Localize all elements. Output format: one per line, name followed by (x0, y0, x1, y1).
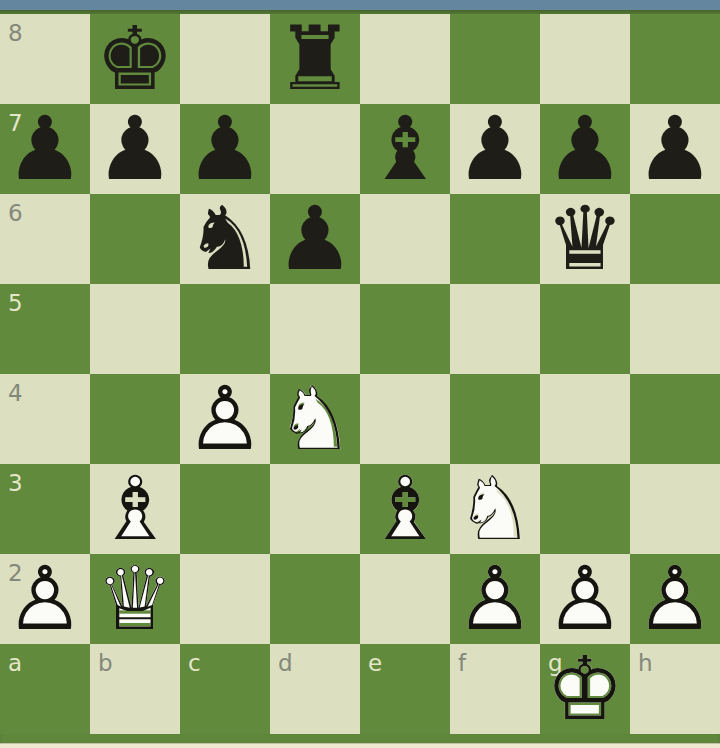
square-b5[interactable] (90, 284, 180, 374)
square-f8[interactable] (450, 14, 540, 104)
square-e1[interactable]: e (360, 644, 450, 734)
square-c5[interactable] (180, 284, 270, 374)
file-label-h: h (638, 652, 653, 675)
black-pawn[interactable]: ♟ (180, 104, 270, 194)
white-pawn-outline: ♙ (540, 554, 630, 644)
white-pawn[interactable]: ♟♙ (630, 554, 720, 644)
square-a4[interactable]: 4 (0, 374, 90, 464)
square-a1[interactable]: a (0, 644, 90, 734)
square-a2[interactable]: 2♟♙ (0, 554, 90, 644)
white-knight-outline: ♘ (270, 374, 360, 464)
square-h3[interactable] (630, 464, 720, 554)
square-h5[interactable] (630, 284, 720, 374)
black-bishop-glyph: ♝ (360, 104, 450, 194)
white-pawn-glyph: ♟ (180, 374, 270, 464)
white-queen-glyph: ♛ (90, 554, 180, 644)
square-f4[interactable] (450, 374, 540, 464)
square-h7[interactable]: ♟ (630, 104, 720, 194)
white-bishop-glyph: ♝ (360, 464, 450, 554)
black-pawn[interactable]: ♟ (90, 104, 180, 194)
square-c1[interactable]: c (180, 644, 270, 734)
black-pawn-glyph: ♟ (540, 104, 630, 194)
square-a5[interactable]: 5 (0, 284, 90, 374)
file-label-a: a (8, 652, 22, 675)
black-pawn-glyph: ♟ (180, 104, 270, 194)
black-pawn[interactable]: ♟ (0, 104, 90, 194)
black-bishop[interactable]: ♝ (360, 104, 450, 194)
white-pawn[interactable]: ♟♙ (0, 554, 90, 644)
square-e2[interactable] (360, 554, 450, 644)
black-king-glyph: ♚ (90, 14, 180, 104)
square-g6[interactable]: ♛ (540, 194, 630, 284)
square-e3[interactable]: ♝♗ (360, 464, 450, 554)
square-g3[interactable] (540, 464, 630, 554)
square-g1[interactable]: g♚♔ (540, 644, 630, 734)
white-knight-glyph: ♞ (270, 374, 360, 464)
square-g5[interactable] (540, 284, 630, 374)
white-bishop-glyph: ♝ (90, 464, 180, 554)
white-bishop-outline: ♗ (90, 464, 180, 554)
white-knight[interactable]: ♞♘ (450, 464, 540, 554)
rank-label-3: 3 (8, 472, 23, 495)
black-king[interactable]: ♚ (90, 14, 180, 104)
status-bar (0, 0, 720, 10)
file-label-d: d (278, 652, 293, 675)
square-e5[interactable] (360, 284, 450, 374)
square-b1[interactable]: b (90, 644, 180, 734)
board-grid: 8♚♜7♟♟♟♝♟♟♟6♞♟♛54♟♙♞♘3♝♗♝♗♞♘2♟♙♛♕♟♙♟♙♟♙a… (0, 14, 720, 734)
square-c2[interactable] (180, 554, 270, 644)
white-king[interactable]: ♚♔ (540, 644, 630, 734)
file-label-f: f (458, 652, 466, 675)
black-pawn-glyph: ♟ (630, 104, 720, 194)
white-pawn-glyph: ♟ (450, 554, 540, 644)
black-knight-glyph: ♞ (180, 194, 270, 284)
white-pawn-outline: ♙ (450, 554, 540, 644)
rank-label-6: 6 (8, 202, 23, 225)
square-a8[interactable]: 8 (0, 14, 90, 104)
black-pawn[interactable]: ♟ (540, 104, 630, 194)
square-h8[interactable] (630, 14, 720, 104)
square-d1[interactable]: d (270, 644, 360, 734)
black-queen-glyph: ♛ (540, 194, 630, 284)
square-d4[interactable]: ♞♘ (270, 374, 360, 464)
square-e7[interactable]: ♝ (360, 104, 450, 194)
white-pawn[interactable]: ♟♙ (450, 554, 540, 644)
square-c8[interactable] (180, 14, 270, 104)
square-g4[interactable] (540, 374, 630, 464)
square-h2[interactable]: ♟♙ (630, 554, 720, 644)
black-knight[interactable]: ♞ (180, 194, 270, 284)
square-a7[interactable]: 7♟ (0, 104, 90, 194)
square-b7[interactable]: ♟ (90, 104, 180, 194)
black-pawn-glyph: ♟ (0, 104, 90, 194)
square-c7[interactable]: ♟ (180, 104, 270, 194)
white-bishop-outline: ♗ (360, 464, 450, 554)
square-d3[interactable] (270, 464, 360, 554)
bottom-panel-edge (0, 743, 720, 748)
square-b8[interactable]: ♚ (90, 14, 180, 104)
square-e4[interactable] (360, 374, 450, 464)
square-d8[interactable]: ♜ (270, 14, 360, 104)
file-label-b: b (98, 652, 113, 675)
file-label-c: c (188, 652, 201, 675)
square-g8[interactable] (540, 14, 630, 104)
white-pawn-outline: ♙ (630, 554, 720, 644)
white-queen[interactable]: ♛♕ (90, 554, 180, 644)
white-queen-outline: ♕ (90, 554, 180, 644)
white-pawn-glyph: ♟ (630, 554, 720, 644)
square-g2[interactable]: ♟♙ (540, 554, 630, 644)
square-a3[interactable]: 3 (0, 464, 90, 554)
black-rook-glyph: ♜ (270, 14, 360, 104)
rank-label-5: 5 (8, 292, 23, 315)
square-h6[interactable] (630, 194, 720, 284)
square-b6[interactable] (90, 194, 180, 284)
square-d5[interactable] (270, 284, 360, 374)
black-pawn-glyph: ♟ (270, 194, 360, 284)
square-b4[interactable] (90, 374, 180, 464)
square-g7[interactable]: ♟ (540, 104, 630, 194)
chess-board: 8♚♜7♟♟♟♝♟♟♟6♞♟♛54♟♙♞♘3♝♗♝♗♞♘2♟♙♛♕♟♙♟♙♟♙a… (0, 10, 720, 744)
black-pawn-glyph: ♟ (450, 104, 540, 194)
white-knight[interactable]: ♞♘ (270, 374, 360, 464)
square-c6[interactable]: ♞ (180, 194, 270, 284)
square-f5[interactable] (450, 284, 540, 374)
square-f7[interactable]: ♟ (450, 104, 540, 194)
square-d7[interactable] (270, 104, 360, 194)
black-queen[interactable]: ♛ (540, 194, 630, 284)
rank-label-4: 4 (8, 382, 23, 405)
white-bishop[interactable]: ♝♗ (90, 464, 180, 554)
square-f1[interactable]: f (450, 644, 540, 734)
white-king-glyph: ♚ (540, 644, 630, 734)
square-e8[interactable] (360, 14, 450, 104)
square-b2[interactable]: ♛♕ (90, 554, 180, 644)
square-f2[interactable]: ♟♙ (450, 554, 540, 644)
black-pawn-glyph: ♟ (90, 104, 180, 194)
square-b3[interactable]: ♝♗ (90, 464, 180, 554)
square-e6[interactable] (360, 194, 450, 284)
white-knight-glyph: ♞ (450, 464, 540, 554)
rank-label-8: 8 (8, 22, 23, 45)
white-pawn-glyph: ♟ (0, 554, 90, 644)
square-c3[interactable] (180, 464, 270, 554)
white-pawn-glyph: ♟ (540, 554, 630, 644)
file-label-e: e (368, 652, 382, 675)
square-d2[interactable] (270, 554, 360, 644)
white-king-outline: ♔ (540, 644, 630, 734)
square-h1[interactable]: h (630, 644, 720, 734)
black-pawn[interactable]: ♟ (270, 194, 360, 284)
white-knight-outline: ♘ (450, 464, 540, 554)
square-d6[interactable]: ♟ (270, 194, 360, 284)
black-pawn[interactable]: ♟ (630, 104, 720, 194)
white-pawn[interactable]: ♟♙ (540, 554, 630, 644)
square-f6[interactable] (450, 194, 540, 284)
chess-app-screen: 8♚♜7♟♟♟♝♟♟♟6♞♟♛54♟♙♞♘3♝♗♝♗♞♘2♟♙♛♕♟♙♟♙♟♙a… (0, 0, 720, 748)
square-a6[interactable]: 6 (0, 194, 90, 284)
black-rook[interactable]: ♜ (270, 14, 360, 104)
white-pawn-outline: ♙ (180, 374, 270, 464)
square-h4[interactable] (630, 374, 720, 464)
white-bishop[interactable]: ♝♗ (360, 464, 450, 554)
square-c4[interactable]: ♟♙ (180, 374, 270, 464)
white-pawn-outline: ♙ (0, 554, 90, 644)
black-pawn[interactable]: ♟ (450, 104, 540, 194)
white-pawn[interactable]: ♟♙ (180, 374, 270, 464)
square-f3[interactable]: ♞♘ (450, 464, 540, 554)
